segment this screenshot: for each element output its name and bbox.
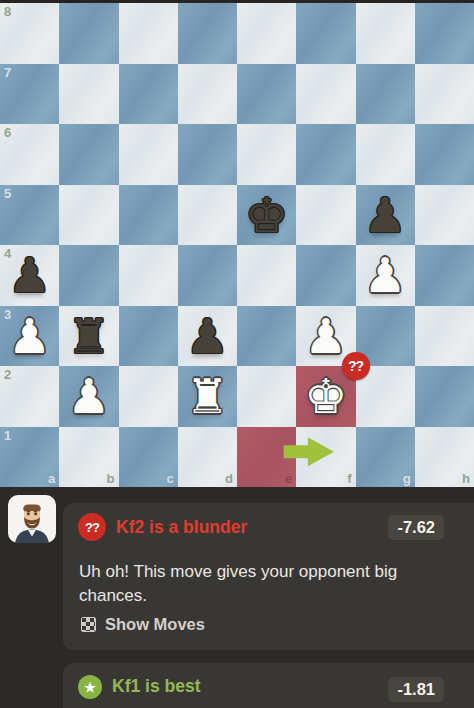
square-b2[interactable]: ♟ [59, 366, 118, 427]
square-e4[interactable] [237, 245, 296, 306]
file-label-e: e [285, 472, 292, 485]
square-b3[interactable]: ♜ [59, 306, 118, 367]
square-h4[interactable] [415, 245, 474, 306]
coach-avatar [8, 495, 56, 543]
square-e7[interactable] [237, 64, 296, 125]
square-c2[interactable] [119, 366, 178, 427]
rank-label-6: 6 [4, 126, 11, 139]
square-b4[interactable] [59, 245, 118, 306]
square-f6[interactable] [296, 124, 355, 185]
square-a7[interactable]: 7 [0, 64, 59, 125]
square-h7[interactable] [415, 64, 474, 125]
square-e1[interactable]: e [237, 427, 296, 488]
square-g7[interactable] [356, 64, 415, 125]
rank-label-2: 2 [4, 368, 11, 381]
square-e5[interactable]: ♚ [237, 185, 296, 246]
square-g1[interactable]: g [356, 427, 415, 488]
square-g6[interactable] [356, 124, 415, 185]
square-e2[interactable] [237, 366, 296, 427]
piece-white-pawn-a3[interactable]: ♟ [0, 306, 59, 367]
file-label-f: f [347, 472, 351, 485]
piece-black-rook-b3[interactable]: ♜ [59, 306, 118, 367]
rank-label-7: 7 [4, 66, 11, 79]
square-f1[interactable]: f [296, 427, 355, 488]
square-g8[interactable] [356, 3, 415, 64]
rank-label-8: 8 [4, 5, 11, 18]
square-a3[interactable]: 3♟ [0, 306, 59, 367]
square-b6[interactable] [59, 124, 118, 185]
piece-black-king-e5[interactable]: ♚ [237, 185, 296, 246]
square-f4[interactable] [296, 245, 355, 306]
square-g5[interactable]: ♟ [356, 185, 415, 246]
square-h1[interactable]: h [415, 427, 474, 488]
square-e8[interactable] [237, 3, 296, 64]
square-c5[interactable] [119, 185, 178, 246]
file-label-a: a [48, 472, 55, 485]
square-a8[interactable]: 8 [0, 3, 59, 64]
square-d2[interactable]: ♜ [178, 366, 237, 427]
blunder-eval-badge: -7.62 [388, 515, 444, 540]
show-moves-label: Show Moves [105, 615, 205, 634]
file-label-c: c [167, 472, 174, 485]
square-h8[interactable] [415, 3, 474, 64]
square-a4[interactable]: 4♟ [0, 245, 59, 306]
rank-label-5: 5 [4, 187, 11, 200]
square-a6[interactable]: 6 [0, 124, 59, 185]
square-e3[interactable] [237, 306, 296, 367]
analysis-panel: ?? Kf2 is a blunder -7.62 Uh oh! This mo… [0, 487, 474, 708]
best-move-star-icon: ★ [78, 675, 102, 699]
square-c8[interactable] [119, 3, 178, 64]
piece-black-pawn-d3[interactable]: ♟ [178, 306, 237, 367]
square-b8[interactable] [59, 3, 118, 64]
best-move-title: Kf1 is best [112, 676, 201, 697]
square-f5[interactable] [296, 185, 355, 246]
square-d1[interactable]: d [178, 427, 237, 488]
square-b1[interactable]: b [59, 427, 118, 488]
blunder-badge-on-board: ?? [342, 352, 370, 380]
square-d5[interactable] [178, 185, 237, 246]
square-f7[interactable] [296, 64, 355, 125]
square-g4[interactable]: ♟ [356, 245, 415, 306]
square-d4[interactable] [178, 245, 237, 306]
blunder-icon: ?? [78, 513, 106, 541]
chess-board: ?? 8765♚♟4♟♟3♟♜♟♟2♟♜♚1abcdefgh [0, 3, 474, 487]
file-label-h: h [462, 472, 470, 485]
square-h6[interactable] [415, 124, 474, 185]
square-h2[interactable] [415, 366, 474, 427]
piece-black-pawn-g5[interactable]: ♟ [356, 185, 415, 246]
rank-label-1: 1 [4, 429, 11, 442]
piece-black-pawn-a4[interactable]: ♟ [0, 245, 59, 306]
square-c1[interactable]: c [119, 427, 178, 488]
square-c7[interactable] [119, 64, 178, 125]
best-move-card[interactable]: ★ Kf1 is best -1.81 [63, 663, 474, 708]
square-d7[interactable] [178, 64, 237, 125]
square-a2[interactable]: 2 [0, 366, 59, 427]
piece-white-pawn-g4[interactable]: ♟ [356, 245, 415, 306]
blunder-title: Kf2 is a blunder [116, 517, 247, 538]
square-c3[interactable] [119, 306, 178, 367]
square-a5[interactable]: 5 [0, 185, 59, 246]
square-b5[interactable] [59, 185, 118, 246]
mini-board-icon [81, 617, 96, 632]
square-c4[interactable] [119, 245, 178, 306]
square-h5[interactable] [415, 185, 474, 246]
square-d8[interactable] [178, 3, 237, 64]
piece-white-pawn-b2[interactable]: ♟ [59, 366, 118, 427]
file-label-b: b [107, 472, 115, 485]
blunder-card: ?? Kf2 is a blunder -7.62 Uh oh! This mo… [63, 503, 474, 650]
file-label-d: d [225, 472, 233, 485]
square-d6[interactable] [178, 124, 237, 185]
square-b7[interactable] [59, 64, 118, 125]
square-f8[interactable] [296, 3, 355, 64]
file-label-g: g [403, 472, 411, 485]
coach-comment: Uh oh! This move gives your opponent big… [79, 560, 451, 607]
square-h3[interactable] [415, 306, 474, 367]
square-a1[interactable]: 1a [0, 427, 59, 488]
square-e6[interactable] [237, 124, 296, 185]
square-c6[interactable] [119, 124, 178, 185]
piece-white-rook-d2[interactable]: ♜ [178, 366, 237, 427]
square-d3[interactable]: ♟ [178, 306, 237, 367]
show-moves-button[interactable]: Show Moves [81, 615, 205, 634]
best-eval-badge: -1.81 [388, 677, 444, 702]
